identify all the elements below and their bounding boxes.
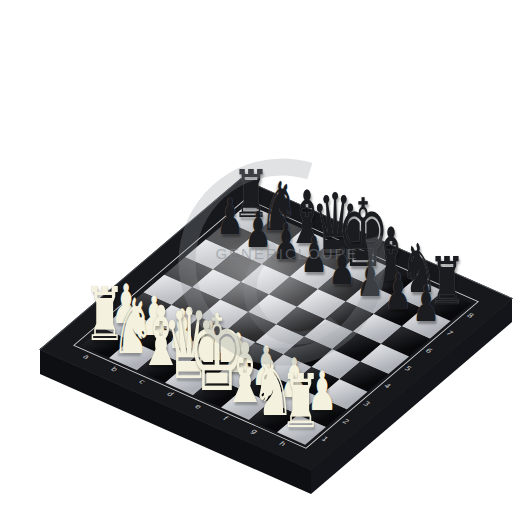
piece-white-rook-h1[interactable]: ♜	[268, 365, 335, 439]
rank-label-4: 4	[382, 383, 392, 390]
pawn-glyph: ♟	[412, 280, 440, 330]
rank-label-5: 5	[403, 365, 413, 372]
piece-black-pawn-h7[interactable]: ♟	[404, 280, 449, 330]
rank-label-7: 7	[444, 330, 454, 337]
rook-glyph: ♜	[281, 365, 322, 439]
rank-label-6: 6	[423, 347, 433, 354]
rank-label-3: 3	[361, 400, 371, 407]
rank-label-2: 2	[340, 418, 350, 425]
product-photo-scene: abcdefgh 12345678 ♜♞♝♛♚♝♞♜♟♟♟♟♟♟♟♟♟♟♟♟♟♟…	[0, 0, 523, 523]
